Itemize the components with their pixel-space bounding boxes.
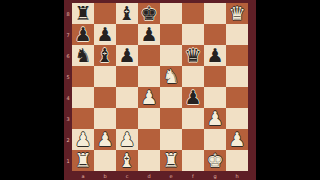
square-c6[interactable]: ♟ [116,45,138,66]
square-b2[interactable]: ♟ [94,129,116,150]
square-f3[interactable] [182,108,204,129]
square-f1[interactable] [182,150,204,171]
square-f7[interactable] [182,24,204,45]
square-g1[interactable]: ♚ [204,150,226,171]
square-a6[interactable]: ♞ [72,45,94,66]
square-e5[interactable]: ♞ [160,66,182,87]
white-queen-h8[interactable]: ♛ [226,3,248,24]
square-d7[interactable]: ♟ [138,24,160,45]
square-b6[interactable]: ♝ [94,45,116,66]
rank-label-1: 1 [64,150,72,171]
file-label-f: f [182,171,204,180]
white-bishop-c1[interactable]: ♝ [116,150,138,171]
square-d4[interactable]: ♟ [138,87,160,108]
black-knight-a6[interactable]: ♞ [72,45,94,66]
black-pawn-a7[interactable]: ♟ [72,24,94,45]
square-d2[interactable] [138,129,160,150]
square-b8[interactable] [94,3,116,24]
chess-board: ♜♝♚♛♟♟♟♞♝♟♛♟♞♟♟♟♟♟♟♟♜♝♜♚ [72,3,248,171]
black-queen-f6[interactable]: ♛ [182,45,204,66]
file-label-h: h [226,171,248,180]
square-d6[interactable] [138,45,160,66]
square-h2[interactable]: ♟ [226,129,248,150]
square-g4[interactable] [204,87,226,108]
black-bishop-b6[interactable]: ♝ [94,45,116,66]
square-g3[interactable]: ♟ [204,108,226,129]
white-knight-e5[interactable]: ♞ [160,66,182,87]
white-pawn-c2[interactable]: ♟ [116,129,138,150]
rank-label-4: 4 [64,87,72,108]
square-c4[interactable] [116,87,138,108]
black-bishop-c8[interactable]: ♝ [116,3,138,24]
rank-label-7: 7 [64,24,72,45]
square-b3[interactable] [94,108,116,129]
black-rook-a8[interactable]: ♜ [72,3,94,24]
white-pawn-a2[interactable]: ♟ [72,129,94,150]
square-c3[interactable] [116,108,138,129]
square-h8[interactable]: ♛ [226,3,248,24]
black-pawn-d7[interactable]: ♟ [138,24,160,45]
white-king-g1[interactable]: ♚ [204,150,226,171]
square-h3[interactable] [226,108,248,129]
square-c2[interactable]: ♟ [116,129,138,150]
file-label-e: e [160,171,182,180]
black-pawn-g6[interactable]: ♟ [204,45,226,66]
white-pawn-d4[interactable]: ♟ [138,87,160,108]
square-a5[interactable] [72,66,94,87]
square-b7[interactable]: ♟ [94,24,116,45]
square-e4[interactable] [160,87,182,108]
white-pawn-g3[interactable]: ♟ [204,108,226,129]
file-label-a: a [72,171,94,180]
square-h1[interactable] [226,150,248,171]
square-g7[interactable] [204,24,226,45]
rank-label-2: 2 [64,129,72,150]
square-h6[interactable] [226,45,248,66]
chess-board-frame: ♜♝♚♛♟♟♟♞♝♟♛♟♞♟♟♟♟♟♟♟♜♝♜♚ 87654321abcdefg… [64,0,256,180]
file-label-b: b [94,171,116,180]
square-h7[interactable] [226,24,248,45]
square-f4[interactable]: ♟ [182,87,204,108]
file-label-c: c [116,171,138,180]
white-rook-a1[interactable]: ♜ [72,150,94,171]
square-a1[interactable]: ♜ [72,150,94,171]
square-e7[interactable] [160,24,182,45]
square-f8[interactable] [182,3,204,24]
black-pawn-b7[interactable]: ♟ [94,24,116,45]
square-a3[interactable] [72,108,94,129]
file-label-g: g [204,171,226,180]
page-background: ♜♝♚♛♟♟♟♞♝♟♛♟♞♟♟♟♟♟♟♟♜♝♜♚ 87654321abcdefg… [0,0,320,180]
square-b1[interactable] [94,150,116,171]
black-king-d8[interactable]: ♚ [138,3,160,24]
square-c5[interactable] [116,66,138,87]
square-c7[interactable] [116,24,138,45]
square-a8[interactable]: ♜ [72,3,94,24]
square-a7[interactable]: ♟ [72,24,94,45]
square-e2[interactable] [160,129,182,150]
square-g2[interactable] [204,129,226,150]
rank-label-8: 8 [64,3,72,24]
square-d8[interactable]: ♚ [138,3,160,24]
white-pawn-h2[interactable]: ♟ [226,129,248,150]
square-a4[interactable] [72,87,94,108]
square-f5[interactable] [182,66,204,87]
square-c8[interactable]: ♝ [116,3,138,24]
square-b4[interactable] [94,87,116,108]
square-d5[interactable] [138,66,160,87]
square-e6[interactable] [160,45,182,66]
square-e3[interactable] [160,108,182,129]
square-f2[interactable] [182,129,204,150]
square-e8[interactable] [160,3,182,24]
square-h4[interactable] [226,87,248,108]
square-e1[interactable]: ♜ [160,150,182,171]
square-d3[interactable] [138,108,160,129]
square-a2[interactable]: ♟ [72,129,94,150]
square-b5[interactable] [94,66,116,87]
file-label-d: d [138,171,160,180]
black-pawn-f4[interactable]: ♟ [182,87,204,108]
white-pawn-b2[interactable]: ♟ [94,129,116,150]
square-g8[interactable] [204,3,226,24]
square-g6[interactable]: ♟ [204,45,226,66]
square-f6[interactable]: ♛ [182,45,204,66]
square-d1[interactable] [138,150,160,171]
rank-label-6: 6 [64,45,72,66]
rank-label-5: 5 [64,66,72,87]
white-rook-e1[interactable]: ♜ [160,150,182,171]
rank-label-3: 3 [64,108,72,129]
square-g5[interactable] [204,66,226,87]
black-pawn-c6[interactable]: ♟ [116,45,138,66]
square-c1[interactable]: ♝ [116,150,138,171]
square-h5[interactable] [226,66,248,87]
